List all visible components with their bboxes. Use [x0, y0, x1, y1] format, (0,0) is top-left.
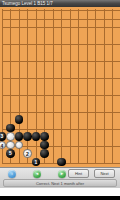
app-title: Tsumego Level 1 B15 1/7	[2, 1, 53, 6]
black-stone-1: 1	[32, 158, 41, 167]
go-board[interactable]: 34521	[0, 7, 120, 167]
black-stone	[6, 124, 15, 133]
black-stone	[40, 132, 49, 141]
black-stone	[57, 158, 66, 167]
black-stone	[23, 132, 32, 141]
white-stone	[6, 132, 15, 141]
prev-problem-icon[interactable]: ◄	[33, 170, 41, 178]
status-message: Correct. Next 1 month after	[36, 181, 84, 186]
black-stone	[15, 132, 24, 141]
next-problem-icon[interactable]: ►	[58, 170, 66, 178]
info-icon[interactable]: i	[8, 170, 16, 178]
black-stone	[15, 115, 24, 124]
black-stone	[40, 149, 49, 158]
bottom-black-strip	[0, 196, 120, 200]
black-stone-5: 5	[6, 149, 15, 158]
next-button[interactable]: Next	[94, 169, 115, 178]
bottom-spacer	[0, 188, 120, 196]
black-stone	[32, 132, 41, 141]
white-stone-2: 2	[23, 149, 32, 158]
white-stone	[6, 141, 15, 150]
status-message-bar: Correct. Next 1 month after	[3, 179, 117, 187]
hint-button[interactable]: Hint	[68, 169, 89, 178]
title-bar: Tsumego Level 1 B15 1/7	[0, 0, 120, 7]
black-stone	[40, 141, 49, 150]
